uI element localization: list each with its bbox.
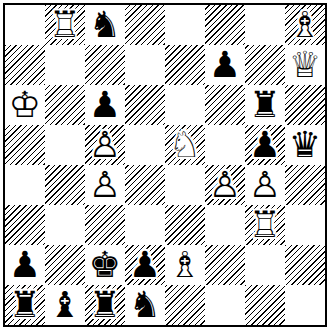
square-c6[interactable]: ♟♟ <box>85 85 125 125</box>
square-h4[interactable] <box>285 165 325 205</box>
square-b8[interactable]: ♜♖ <box>45 5 85 45</box>
piece-halo: ♟ <box>85 125 125 165</box>
piece-halo: ♝ <box>165 245 205 285</box>
square-b1[interactable]: ♝♝ <box>45 285 85 325</box>
square-b2[interactable] <box>45 245 85 285</box>
square-d1[interactable]: ♞♞ <box>125 285 165 325</box>
square-e5[interactable]: ♞♘ <box>165 125 205 165</box>
piece-black-pawn: ♟ <box>205 45 245 85</box>
square-d2[interactable]: ♟♟ <box>125 245 165 285</box>
piece-halo: ♚ <box>5 85 45 125</box>
square-f1[interactable] <box>205 285 245 325</box>
square-a6[interactable]: ♚♔ <box>5 85 45 125</box>
piece-halo: ♟ <box>85 85 125 125</box>
piece-white-rook: ♖ <box>245 205 285 245</box>
square-c4[interactable]: ♟♙ <box>85 165 125 205</box>
piece-halo: ♛ <box>285 45 325 85</box>
piece-halo: ♟ <box>205 165 245 205</box>
piece-white-king: ♔ <box>5 85 45 125</box>
piece-black-pawn: ♟ <box>5 245 45 285</box>
piece-halo: ♞ <box>85 5 125 45</box>
square-d6[interactable] <box>125 85 165 125</box>
piece-halo: ♜ <box>5 285 45 325</box>
piece-black-rook: ♜ <box>5 285 45 325</box>
piece-black-bishop: ♝ <box>45 285 85 325</box>
square-h6[interactable] <box>285 85 325 125</box>
piece-black-king: ♚ <box>85 245 125 285</box>
piece-halo: ♟ <box>205 45 245 85</box>
square-b4[interactable] <box>45 165 85 205</box>
piece-white-bishop: ♗ <box>165 245 205 285</box>
chess-diagram: ♜♖♞♞♝♗♟♟♛♕♚♔♟♟♜♜♟♙♞♘♟♟♛♛♟♙♟♙♟♙♜♖♟♟♚♚♟♟♝♗… <box>0 0 332 332</box>
piece-black-pawn: ♟ <box>245 125 285 165</box>
piece-white-queen: ♕ <box>285 45 325 85</box>
square-g2[interactable] <box>245 245 285 285</box>
square-e8[interactable] <box>165 5 205 45</box>
square-c3[interactable] <box>85 205 125 245</box>
square-a4[interactable] <box>5 165 45 205</box>
piece-halo: ♞ <box>165 125 205 165</box>
piece-black-queen: ♛ <box>285 125 325 165</box>
square-f7[interactable]: ♟♟ <box>205 45 245 85</box>
square-h5[interactable]: ♛♛ <box>285 125 325 165</box>
piece-halo: ♜ <box>45 5 85 45</box>
piece-halo: ♛ <box>285 125 325 165</box>
square-d3[interactable] <box>125 205 165 245</box>
square-a7[interactable] <box>5 45 45 85</box>
square-g4[interactable]: ♟♙ <box>245 165 285 205</box>
square-a2[interactable]: ♟♟ <box>5 245 45 285</box>
piece-halo: ♟ <box>245 165 285 205</box>
square-c7[interactable] <box>85 45 125 85</box>
piece-black-pawn: ♟ <box>85 85 125 125</box>
square-h7[interactable]: ♛♕ <box>285 45 325 85</box>
piece-halo: ♟ <box>245 125 285 165</box>
square-g8[interactable] <box>245 5 285 45</box>
square-h2[interactable] <box>285 245 325 285</box>
square-c2[interactable]: ♚♚ <box>85 245 125 285</box>
square-h8[interactable]: ♝♗ <box>285 5 325 45</box>
piece-black-rook: ♜ <box>245 85 285 125</box>
piece-halo: ♜ <box>245 205 285 245</box>
square-g5[interactable]: ♟♟ <box>245 125 285 165</box>
piece-halo: ♝ <box>285 5 325 45</box>
square-g3[interactable]: ♜♖ <box>245 205 285 245</box>
piece-white-rook: ♖ <box>45 5 85 45</box>
piece-white-pawn: ♙ <box>205 165 245 205</box>
square-e7[interactable] <box>165 45 205 85</box>
piece-halo: ♝ <box>45 285 85 325</box>
square-f6[interactable] <box>205 85 245 125</box>
square-g1[interactable] <box>245 285 285 325</box>
piece-halo: ♞ <box>125 285 165 325</box>
square-d8[interactable] <box>125 5 165 45</box>
square-h3[interactable] <box>285 205 325 245</box>
square-b6[interactable] <box>45 85 85 125</box>
piece-black-knight: ♞ <box>125 285 165 325</box>
piece-black-pawn: ♟ <box>125 245 165 285</box>
piece-halo: ♜ <box>245 85 285 125</box>
square-h1[interactable] <box>285 285 325 325</box>
square-b7[interactable] <box>45 45 85 85</box>
square-e2[interactable]: ♝♗ <box>165 245 205 285</box>
square-e4[interactable] <box>165 165 205 205</box>
square-a3[interactable] <box>5 205 45 245</box>
square-f8[interactable] <box>205 5 245 45</box>
square-a1[interactable]: ♜♜ <box>5 285 45 325</box>
piece-black-rook: ♜ <box>85 285 125 325</box>
square-a8[interactable] <box>5 5 45 45</box>
piece-halo: ♟ <box>5 245 45 285</box>
piece-black-knight: ♞ <box>85 5 125 45</box>
square-c1[interactable]: ♜♜ <box>85 285 125 325</box>
square-f2[interactable] <box>205 245 245 285</box>
square-e1[interactable] <box>165 285 205 325</box>
square-b5[interactable] <box>45 125 85 165</box>
piece-halo: ♟ <box>125 245 165 285</box>
square-f5[interactable] <box>205 125 245 165</box>
square-d5[interactable] <box>125 125 165 165</box>
square-f3[interactable] <box>205 205 245 245</box>
square-b3[interactable] <box>45 205 85 245</box>
square-e6[interactable] <box>165 85 205 125</box>
chess-board: ♜♖♞♞♝♗♟♟♛♕♚♔♟♟♜♜♟♙♞♘♟♟♛♛♟♙♟♙♟♙♜♖♟♟♚♚♟♟♝♗… <box>3 3 327 327</box>
square-g7[interactable] <box>245 45 285 85</box>
square-d4[interactable] <box>125 165 165 205</box>
square-e3[interactable] <box>165 205 205 245</box>
piece-white-bishop: ♗ <box>285 5 325 45</box>
square-d7[interactable] <box>125 45 165 85</box>
square-g6[interactable]: ♜♜ <box>245 85 285 125</box>
piece-halo: ♜ <box>85 285 125 325</box>
square-a5[interactable] <box>5 125 45 165</box>
square-c5[interactable]: ♟♙ <box>85 125 125 165</box>
piece-white-knight: ♘ <box>165 125 205 165</box>
piece-white-pawn: ♙ <box>245 165 285 205</box>
piece-white-pawn: ♙ <box>85 125 125 165</box>
square-c8[interactable]: ♞♞ <box>85 5 125 45</box>
piece-halo: ♚ <box>85 245 125 285</box>
square-f4[interactable]: ♟♙ <box>205 165 245 205</box>
piece-halo: ♟ <box>85 165 125 205</box>
piece-white-pawn: ♙ <box>85 165 125 205</box>
